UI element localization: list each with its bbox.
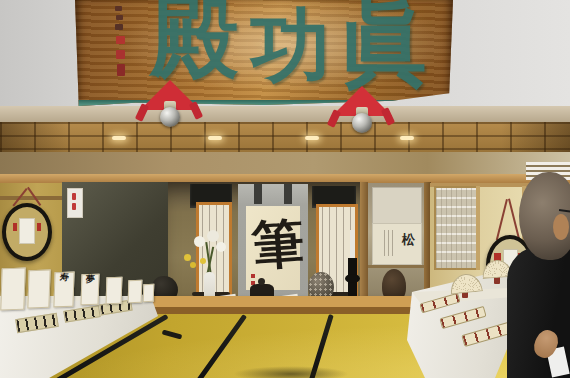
signature-mark (115, 6, 122, 11)
visitor-head (519, 172, 570, 260)
ceiling-light (208, 136, 222, 140)
plaque-character-left: 殿 (150, 0, 238, 82)
card-calligraphy: 寿 (60, 272, 69, 282)
signature-mark (116, 15, 123, 20)
alcove-wooden-step (128, 296, 430, 316)
display-card (106, 277, 123, 305)
red-seal (251, 274, 255, 278)
ceiling-light (112, 136, 126, 140)
red-seal-stamp (117, 64, 125, 76)
glasses-arm (559, 209, 570, 213)
yellow-flower (184, 254, 191, 261)
red-tassel (37, 223, 41, 231)
foreground-blur-shadow (233, 366, 349, 378)
card-calligraphy: 夢 (86, 274, 95, 284)
ceiling-light (305, 136, 319, 140)
plaque-character-right: 眞 (338, 0, 432, 90)
coffered-ceiling (0, 122, 570, 152)
candlestick-knop (345, 274, 360, 283)
window-post (476, 186, 480, 270)
red-ribbon-rosette-left (138, 80, 202, 130)
burner-lid-knob (258, 278, 265, 285)
plaque-character-middle: 功 (250, 6, 330, 86)
scroll-text-columns (381, 230, 395, 256)
red-ribbon-rosette-right (330, 86, 394, 136)
white-candle (350, 230, 355, 258)
display-card (27, 270, 50, 309)
hanging-scroll-center: 筆 (238, 184, 308, 300)
cupboard-panel (372, 187, 422, 225)
yellow-flower (200, 258, 206, 264)
scroll-paper: 筆 (246, 206, 300, 290)
white-lily (194, 236, 205, 247)
silver-medallion (160, 107, 180, 127)
display-table-left: 寿 夢 (0, 260, 165, 378)
white-lily (207, 230, 219, 242)
visitor (505, 170, 570, 378)
center-scroll-calligraphy: 筆 (250, 216, 306, 272)
window-with-blinds (434, 186, 480, 270)
white-lily (216, 242, 226, 252)
wall-rail (0, 196, 62, 200)
notice-card (67, 188, 83, 218)
visitor-cheek (553, 214, 569, 240)
ribbon-tail (381, 107, 395, 126)
yellow-flower (190, 262, 196, 268)
display-card (0, 268, 25, 311)
display-card (143, 284, 155, 302)
red-tassel (13, 223, 17, 231)
red-seal-stamp (116, 36, 125, 44)
upper-wall-band (0, 152, 570, 174)
red-notice-text (72, 203, 76, 210)
red-seal-stamp (116, 50, 125, 59)
matsu-character: 松 (402, 231, 415, 249)
silver-medallion (352, 113, 372, 133)
signature-mark (115, 24, 123, 30)
round-display-frame-left (2, 203, 52, 261)
standing-folding-fan (449, 272, 483, 294)
temple-name-plaque: 殿 功 眞 (75, 0, 453, 106)
display-card: 寿 (53, 272, 74, 308)
exhibition-hall-photo: 殿 功 眞 (0, 0, 570, 378)
scroll-futai-strip (284, 184, 292, 204)
hanging-beam (0, 106, 570, 123)
matsu-scroll: 松 (372, 223, 422, 265)
miniature-scroll (19, 218, 35, 244)
tokonoma-alcove: 筆 (168, 182, 364, 304)
scroll-futai-strip (254, 184, 262, 204)
display-card (128, 280, 143, 304)
ceiling-light (400, 136, 414, 140)
ribbon-tail (189, 101, 203, 120)
calligrapher-signature-seals (112, 4, 130, 86)
display-card: 夢 (80, 274, 99, 306)
red-notice-text (72, 193, 76, 200)
